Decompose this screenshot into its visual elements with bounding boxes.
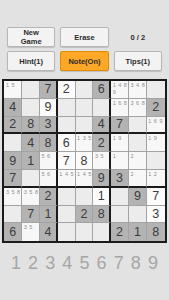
cell-r2c7[interactable]: [129, 117, 147, 135]
hint-button[interactable]: Hint(1): [7, 51, 55, 71]
cell-r1c1[interactable]: [22, 99, 40, 117]
cell-r1c0[interactable]: 4: [4, 99, 22, 117]
cell-r4c5[interactable]: 3 5: [93, 152, 111, 170]
cell-r2c6[interactable]: 7: [111, 117, 129, 135]
cell-r5c7[interactable]: 2: [129, 170, 147, 188]
new-game-button[interactable]: New Game: [7, 27, 55, 47]
numpad: 123456789: [0, 253, 169, 274]
cell-r3c1[interactable]: 4: [22, 134, 40, 152]
cell-r0c7[interactable]: 3 4 8: [129, 81, 147, 99]
cell-r1c5[interactable]: [93, 99, 111, 117]
cell-r0c5[interactable]: 6: [93, 81, 111, 99]
cell-r4c4[interactable]: 8: [76, 152, 94, 170]
cell-r7c2[interactable]: 1: [40, 206, 58, 224]
numpad-9[interactable]: 9: [148, 253, 158, 274]
numpad-5[interactable]: 5: [79, 253, 89, 274]
cell-r8c4[interactable]: [76, 223, 94, 241]
cell-r5c5[interactable]: 9: [93, 170, 111, 188]
cell-r4c8[interactable]: [147, 152, 165, 170]
cell-r5c0[interactable]: 7: [4, 170, 22, 188]
cell-r5c6[interactable]: 3: [111, 170, 129, 188]
cell-r4c0[interactable]: 9: [4, 152, 22, 170]
cell-r7c3[interactable]: [58, 206, 76, 224]
numpad-8[interactable]: 8: [131, 253, 141, 274]
cell-r1c7[interactable]: 3 6 8: [129, 99, 147, 117]
cell-r6c6[interactable]: [111, 188, 129, 206]
cell-r1c4[interactable]: [76, 99, 94, 117]
cell-r7c8[interactable]: 3: [147, 206, 165, 224]
cell-r6c4[interactable]: [76, 188, 94, 206]
tips-button[interactable]: Tips(1): [114, 51, 162, 71]
cell-r8c2[interactable]: 4: [40, 223, 58, 241]
cell-r3c7[interactable]: [129, 134, 147, 152]
cell-r1c8[interactable]: 2: [147, 99, 165, 117]
cell-r2c3[interactable]: [58, 117, 76, 135]
cell-r7c6[interactable]: [111, 206, 129, 224]
cell-r3c6[interactable]: 1 9: [111, 134, 129, 152]
cell-r7c0[interactable]: [4, 206, 22, 224]
cell-r6c0[interactable]: 3 5 8: [4, 188, 22, 206]
cell-r3c0[interactable]: [4, 134, 22, 152]
cell-r5c1[interactable]: [22, 170, 40, 188]
erase-button[interactable]: Erase: [60, 27, 108, 47]
cell-r3c5[interactable]: 2: [93, 134, 111, 152]
cell-r4c3[interactable]: 7: [58, 152, 76, 170]
note-toggle-button[interactable]: Note(On): [60, 51, 108, 71]
cell-r0c3[interactable]: 2: [58, 81, 76, 99]
cell-r3c4[interactable]: 1 3 5: [76, 134, 94, 152]
score-counter: 0 / 2: [114, 27, 162, 47]
cell-r6c2[interactable]: 2: [40, 188, 58, 206]
cell-r6c3[interactable]: [58, 188, 76, 206]
sudoku-board: 1 57261 4 8 93 4 8491 6 83 6 82283471 6 …: [2, 79, 166, 243]
numpad-2[interactable]: 2: [28, 253, 38, 274]
cell-r4c6[interactable]: 1: [111, 152, 129, 170]
toolbar: New Game Erase 0 / 2 Hint(1) Note(On) Ti…: [0, 0, 169, 71]
cell-r2c2[interactable]: 3: [40, 117, 58, 135]
cell-r7c1[interactable]: 7: [22, 206, 40, 224]
cell-r3c3[interactable]: 6: [58, 134, 76, 152]
cell-r5c2[interactable]: 5 6: [40, 170, 58, 188]
cell-r0c6[interactable]: 1 4 8 9: [111, 81, 129, 99]
cell-r7c5[interactable]: 8: [93, 206, 111, 224]
cell-r6c5[interactable]: 1: [93, 188, 111, 206]
cell-r7c4[interactable]: 2: [76, 206, 94, 224]
cell-r0c4[interactable]: [76, 81, 94, 99]
cell-r2c8[interactable]: 1 6 9: [147, 117, 165, 135]
cell-r6c1[interactable]: 3 5 8: [22, 188, 40, 206]
cell-r0c1[interactable]: [22, 81, 40, 99]
cell-r2c5[interactable]: 4: [93, 117, 111, 135]
cell-r4c1[interactable]: 1: [22, 152, 40, 170]
cell-r8c3[interactable]: [58, 223, 76, 241]
cell-r8c0[interactable]: 6: [4, 223, 22, 241]
cell-r4c7[interactable]: 2: [129, 152, 147, 170]
cell-r8c5[interactable]: [93, 223, 111, 241]
cell-r1c3[interactable]: [58, 99, 76, 117]
cell-r3c8[interactable]: 1 9: [147, 134, 165, 152]
cell-r2c0[interactable]: 2: [4, 117, 22, 135]
cell-r7c7[interactable]: [129, 206, 147, 224]
cell-r8c6[interactable]: 2: [111, 223, 129, 241]
cell-r0c0[interactable]: 1 5: [4, 81, 22, 99]
cell-r2c4[interactable]: [76, 117, 94, 135]
cell-r0c2[interactable]: 7: [40, 81, 58, 99]
numpad-4[interactable]: 4: [62, 253, 72, 274]
cell-r8c8[interactable]: 8: [147, 223, 165, 241]
cell-r8c1[interactable]: 3 5: [22, 223, 40, 241]
cell-r8c7[interactable]: 1: [129, 223, 147, 241]
numpad-7[interactable]: 7: [114, 253, 124, 274]
cell-r5c3[interactable]: 1 4 5: [58, 170, 76, 188]
cell-r1c2[interactable]: 9: [40, 99, 58, 117]
cell-r1c6[interactable]: 1 6 8: [111, 99, 129, 117]
cell-r5c4[interactable]: 1 4 5: [76, 170, 94, 188]
cell-r5c8[interactable]: 1 2: [147, 170, 165, 188]
numpad-6[interactable]: 6: [97, 253, 107, 274]
numpad-1[interactable]: 1: [11, 253, 21, 274]
cell-r6c7[interactable]: 9: [129, 188, 147, 206]
sudoku-app: New Game Erase 0 / 2 Hint(1) Note(On) Ti…: [0, 0, 169, 300]
cell-r0c8[interactable]: [147, 81, 165, 99]
cell-r3c2[interactable]: 8: [40, 134, 58, 152]
cell-r2c1[interactable]: 8: [22, 117, 40, 135]
cell-r4c2[interactable]: 5 6: [40, 152, 58, 170]
numpad-3[interactable]: 3: [45, 253, 55, 274]
cell-r6c8[interactable]: 7: [147, 188, 165, 206]
